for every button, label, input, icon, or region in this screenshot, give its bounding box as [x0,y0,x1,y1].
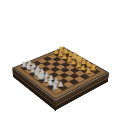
piece-black-pawn[interactable]: ♟ [75,68,103,75]
product-photo-scene: ♜♞♝♛♚♝♞♜♟♟♟♟♟♟♟♟♟♟♟♟♟♟♟♟♜♞♝♛♚♝♞♜ [0,0,120,120]
piece-white-rook[interactable]: ♜ [40,83,70,91]
square-h1[interactable]: ♜ [51,87,62,94]
